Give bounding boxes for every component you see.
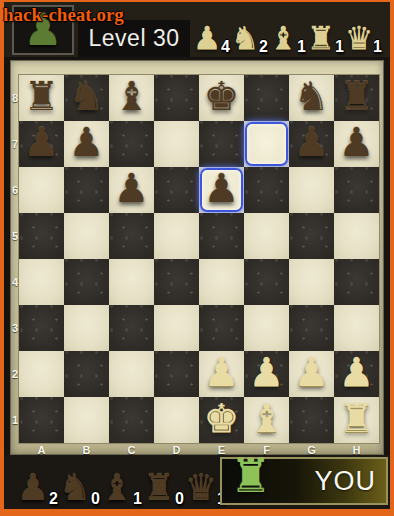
black-bishop-icon: ♝ (101, 470, 133, 506)
square-b5[interactable] (64, 213, 109, 259)
square-a3[interactable] (19, 305, 64, 351)
black-pawn: ♟ (114, 168, 150, 208)
square-e5[interactable] (199, 213, 244, 259)
square-d2[interactable] (154, 351, 199, 397)
square-c5[interactable] (109, 213, 154, 259)
square-g8[interactable]: ♞ (289, 75, 334, 121)
black-pawn: ♟ (24, 122, 60, 162)
square-h8[interactable]: ♜ (334, 75, 379, 121)
square-h1[interactable]: ♜ (334, 397, 379, 443)
black-pawn-icon: ♟ (17, 470, 49, 506)
white-king: ♚ (204, 398, 240, 438)
square-b3[interactable] (64, 305, 109, 351)
captured-black-rook: ♜0 (138, 458, 180, 506)
chess-app-screen: ♟ Level 30 ♟4♞2♝1♜1♛1 87654321 ♜♞♝♚♞♜♟♟♟… (0, 0, 394, 516)
square-f2[interactable]: ♟ (244, 351, 289, 397)
square-a5[interactable] (19, 213, 64, 259)
square-f8[interactable] (244, 75, 289, 121)
square-c8[interactable]: ♝ (109, 75, 154, 121)
square-b2[interactable] (64, 351, 109, 397)
square-e1[interactable]: ♚ (199, 397, 244, 443)
white-pawn: ♟ (204, 352, 240, 392)
black-rook: ♜ (24, 76, 60, 116)
square-g6[interactable] (289, 167, 334, 213)
black-pawn: ♟ (339, 122, 375, 162)
captured-white-knight: ♞2 (226, 6, 264, 54)
square-f5[interactable] (244, 213, 289, 259)
square-c2[interactable] (109, 351, 154, 397)
rank-label-3: 3 (11, 305, 19, 351)
watermark: hack-cheat.org (3, 4, 124, 26)
square-h5[interactable] (334, 213, 379, 259)
rank-label-6: 6 (11, 167, 19, 213)
square-h4[interactable] (334, 259, 379, 305)
square-e7[interactable] (199, 121, 244, 167)
player-panel: ♜ YOU (220, 457, 388, 505)
square-d3[interactable] (154, 305, 199, 351)
watermark-frame-bottom (0, 509, 394, 516)
square-d4[interactable] (154, 259, 199, 305)
rank-label-4: 4 (11, 259, 19, 305)
black-rook-icon: ♜ (143, 470, 175, 506)
square-d7[interactable] (154, 121, 199, 167)
captured-count: 1 (373, 38, 382, 56)
black-pawn: ♟ (69, 122, 105, 162)
black-pawn: ♟ (294, 122, 330, 162)
black-knight-icon: ♞ (59, 470, 91, 506)
white-rook-icon: ♜ (307, 22, 336, 54)
green-rook-icon: ♜ (230, 453, 271, 499)
square-c4[interactable] (109, 259, 154, 305)
black-knight: ♞ (294, 76, 330, 116)
square-f3[interactable] (244, 305, 289, 351)
player-bar: ♟2♞0♝1♜0♛1 ♜ YOU (4, 455, 390, 509)
black-king: ♚ (204, 76, 240, 116)
captured-white-bishop: ♝1 (264, 6, 302, 54)
square-d6[interactable] (154, 167, 199, 213)
square-g7[interactable]: ♟ (289, 121, 334, 167)
square-b7[interactable]: ♟ (64, 121, 109, 167)
square-f6[interactable] (244, 167, 289, 213)
white-queen-icon: ♛ (345, 22, 374, 54)
square-a8[interactable]: ♜ (19, 75, 64, 121)
white-pawn: ♟ (339, 352, 375, 392)
player-label: YOU (314, 466, 376, 497)
square-a7[interactable]: ♟ (19, 121, 64, 167)
rank-label-5: 5 (11, 213, 19, 259)
square-b6[interactable] (64, 167, 109, 213)
white-knight-icon: ♞ (231, 22, 260, 54)
board-grid: ♜♞♝♚♞♜♟♟♟♟♟♟♟♟♟♟♚♝♜ (19, 75, 379, 443)
white-bishop: ♝ (249, 398, 285, 438)
black-bishop: ♝ (114, 76, 150, 116)
captured-white-rook: ♜1 (302, 6, 340, 54)
square-d5[interactable] (154, 213, 199, 259)
black-queen-icon: ♛ (185, 470, 217, 506)
watermark-frame-right (390, 0, 394, 516)
white-pawn: ♟ (294, 352, 330, 392)
watermark-frame-top (0, 0, 394, 2)
square-h7[interactable]: ♟ (334, 121, 379, 167)
square-a2[interactable] (19, 351, 64, 397)
black-pawn: ♟ (204, 168, 240, 208)
square-h2[interactable]: ♟ (334, 351, 379, 397)
square-f7[interactable] (244, 121, 289, 167)
square-c3[interactable] (109, 305, 154, 351)
white-pawn: ♟ (249, 352, 285, 392)
rank-label-8: 8 (11, 75, 19, 121)
captured-white-tray: ♟4♞2♝1♜1♛1 (188, 6, 378, 54)
square-g2[interactable]: ♟ (289, 351, 334, 397)
watermark-frame-left (0, 0, 4, 516)
square-e4[interactable] (199, 259, 244, 305)
square-h6[interactable] (334, 167, 379, 213)
rank-label-7: 7 (11, 121, 19, 167)
square-b4[interactable] (64, 259, 109, 305)
square-e8[interactable]: ♚ (199, 75, 244, 121)
square-c6[interactable]: ♟ (109, 167, 154, 213)
captured-black-bishop: ♝1 (96, 458, 138, 506)
square-b8[interactable]: ♞ (64, 75, 109, 121)
white-pawn-icon: ♟ (193, 22, 222, 54)
chess-board: 87654321 ♜♞♝♚♞♜♟♟♟♟♟♟♟♟♟♟♚♝♜ ABCDEFGH (10, 60, 384, 455)
square-c1[interactable] (109, 397, 154, 443)
square-c7[interactable] (109, 121, 154, 167)
square-g1[interactable] (289, 397, 334, 443)
square-g4[interactable] (289, 259, 334, 305)
white-bishop-icon: ♝ (269, 22, 298, 54)
square-a6[interactable] (19, 167, 64, 213)
white-rook: ♜ (339, 398, 375, 438)
square-h3[interactable] (334, 305, 379, 351)
square-f4[interactable] (244, 259, 289, 305)
square-g5[interactable] (289, 213, 334, 259)
black-knight: ♞ (69, 76, 105, 116)
square-f1[interactable]: ♝ (244, 397, 289, 443)
square-e6[interactable]: ♟ (199, 167, 244, 213)
square-a1[interactable] (19, 397, 64, 443)
square-e2[interactable]: ♟ (199, 351, 244, 397)
rank-label-2: 2 (11, 351, 19, 397)
square-a4[interactable] (19, 259, 64, 305)
square-d1[interactable] (154, 397, 199, 443)
black-rook: ♜ (339, 76, 375, 116)
rank-label-1: 1 (11, 397, 19, 443)
captured-black-knight: ♞0 (54, 458, 96, 506)
captured-white-pawn: ♟4 (188, 6, 226, 54)
square-d8[interactable] (154, 75, 199, 121)
rank-labels: 87654321 (11, 75, 19, 443)
square-e3[interactable] (199, 305, 244, 351)
square-b1[interactable] (64, 397, 109, 443)
captured-black-pawn: ♟2 (12, 458, 54, 506)
captured-black-tray: ♟2♞0♝1♜0♛1 (12, 458, 222, 506)
captured-white-queen: ♛1 (340, 6, 378, 54)
captured-black-queen: ♛1 (180, 458, 222, 506)
square-g3[interactable] (289, 305, 334, 351)
